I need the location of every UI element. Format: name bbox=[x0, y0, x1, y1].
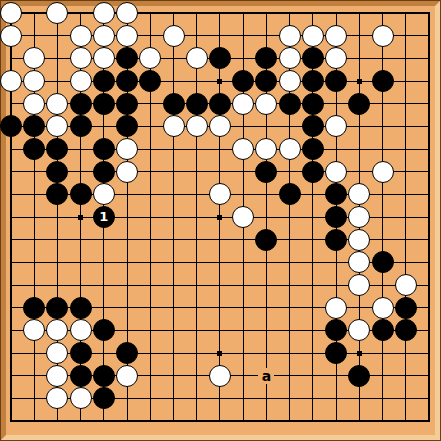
white-stone bbox=[232, 93, 254, 115]
white-stone bbox=[0, 70, 22, 92]
white-stone bbox=[0, 2, 22, 24]
black-stone bbox=[325, 319, 347, 341]
black-stone bbox=[372, 70, 394, 92]
white-stone bbox=[46, 365, 68, 387]
black-stone bbox=[70, 297, 92, 319]
go-board: 1a bbox=[1, 1, 440, 440]
black-stone bbox=[70, 115, 92, 137]
white-stone bbox=[325, 297, 347, 319]
white-stone bbox=[116, 138, 138, 160]
black-stone bbox=[325, 70, 347, 92]
white-stone bbox=[279, 138, 301, 160]
white-stone bbox=[255, 93, 277, 115]
white-stone bbox=[279, 70, 301, 92]
white-stone bbox=[23, 70, 45, 92]
black-stone bbox=[302, 93, 324, 115]
white-stone bbox=[46, 342, 68, 364]
black-stone bbox=[209, 93, 231, 115]
star-point bbox=[217, 215, 222, 220]
black-stone bbox=[325, 342, 347, 364]
black-stone bbox=[325, 183, 347, 205]
black-stone bbox=[0, 115, 22, 137]
white-stone bbox=[255, 138, 277, 160]
black-stone bbox=[46, 297, 68, 319]
black-stone bbox=[116, 47, 138, 69]
black-stone bbox=[93, 365, 115, 387]
black-stone bbox=[279, 183, 301, 205]
black-stone bbox=[116, 93, 138, 115]
black-stone bbox=[302, 47, 324, 69]
black-stone bbox=[23, 138, 45, 160]
white-stone bbox=[116, 25, 138, 47]
white-stone bbox=[209, 365, 231, 387]
white-stone bbox=[186, 115, 208, 137]
black-stone bbox=[93, 93, 115, 115]
black-stone bbox=[255, 47, 277, 69]
black-stone bbox=[46, 138, 68, 160]
white-stone bbox=[46, 115, 68, 137]
white-stone bbox=[348, 229, 370, 251]
black-stone bbox=[325, 206, 347, 228]
black-stone bbox=[23, 297, 45, 319]
black-stone bbox=[70, 183, 92, 205]
black-stone bbox=[302, 115, 324, 137]
white-stone bbox=[23, 319, 45, 341]
black-stone bbox=[116, 342, 138, 364]
white-stone bbox=[325, 161, 347, 183]
grid-line-vertical bbox=[405, 12, 406, 422]
white-stone bbox=[116, 2, 138, 24]
black-stone bbox=[372, 319, 394, 341]
white-stone bbox=[0, 25, 22, 47]
white-stone bbox=[93, 25, 115, 47]
black-stone bbox=[116, 115, 138, 137]
white-stone bbox=[186, 47, 208, 69]
star-point bbox=[357, 79, 362, 84]
star-point bbox=[217, 79, 222, 84]
black-stone bbox=[23, 115, 45, 137]
white-stone bbox=[46, 319, 68, 341]
star-point bbox=[357, 351, 362, 356]
white-stone bbox=[279, 47, 301, 69]
black-stone bbox=[46, 183, 68, 205]
white-stone bbox=[325, 47, 347, 69]
black-stone bbox=[395, 319, 417, 341]
white-stone bbox=[372, 161, 394, 183]
white-stone bbox=[209, 183, 231, 205]
black-stone bbox=[302, 70, 324, 92]
white-stone bbox=[116, 161, 138, 183]
black-stone bbox=[255, 229, 277, 251]
white-stone bbox=[46, 93, 68, 115]
black-stone bbox=[302, 161, 324, 183]
star-point bbox=[217, 351, 222, 356]
black-stone bbox=[93, 319, 115, 341]
white-stone bbox=[70, 319, 92, 341]
star-point bbox=[78, 215, 83, 220]
black-stone bbox=[93, 70, 115, 92]
black-stone bbox=[139, 70, 161, 92]
white-stone bbox=[348, 183, 370, 205]
black-stone bbox=[116, 70, 138, 92]
white-stone bbox=[93, 183, 115, 205]
white-stone bbox=[372, 297, 394, 319]
white-stone bbox=[325, 115, 347, 137]
black-stone bbox=[325, 229, 347, 251]
white-stone bbox=[139, 47, 161, 69]
white-stone bbox=[348, 206, 370, 228]
black-stone bbox=[255, 70, 277, 92]
white-stone bbox=[163, 115, 185, 137]
white-stone bbox=[348, 251, 370, 273]
black-stone bbox=[186, 93, 208, 115]
black-stone bbox=[70, 342, 92, 364]
point-label: a bbox=[258, 368, 274, 384]
black-stone bbox=[302, 138, 324, 160]
white-stone bbox=[23, 93, 45, 115]
black-stone bbox=[93, 161, 115, 183]
grid-line-vertical bbox=[428, 12, 430, 422]
black-stone bbox=[279, 93, 301, 115]
white-stone bbox=[23, 47, 45, 69]
black-stone bbox=[93, 138, 115, 160]
white-stone bbox=[279, 25, 301, 47]
black-stone bbox=[395, 297, 417, 319]
white-stone bbox=[70, 387, 92, 409]
white-stone bbox=[70, 70, 92, 92]
white-stone bbox=[348, 274, 370, 296]
white-stone bbox=[209, 115, 231, 137]
board-frame: 1a bbox=[0, 0, 441, 441]
black-stone bbox=[46, 161, 68, 183]
white-stone bbox=[232, 206, 254, 228]
black-stone bbox=[163, 93, 185, 115]
black-stone bbox=[70, 93, 92, 115]
black-stone bbox=[255, 161, 277, 183]
black-stone bbox=[93, 387, 115, 409]
black-stone bbox=[348, 365, 370, 387]
white-stone bbox=[93, 2, 115, 24]
move-number-label: 1 bbox=[93, 206, 115, 228]
white-stone bbox=[70, 25, 92, 47]
black-stone bbox=[348, 93, 370, 115]
white-stone bbox=[325, 25, 347, 47]
white-stone bbox=[46, 387, 68, 409]
white-stone bbox=[372, 25, 394, 47]
white-stone bbox=[46, 2, 68, 24]
grid-line-horizontal bbox=[10, 420, 430, 422]
black-stone bbox=[209, 47, 231, 69]
white-stone bbox=[93, 47, 115, 69]
white-stone bbox=[232, 138, 254, 160]
black-stone bbox=[70, 365, 92, 387]
black-stone bbox=[372, 251, 394, 273]
black-stone bbox=[232, 70, 254, 92]
white-stone bbox=[116, 365, 138, 387]
white-stone bbox=[302, 25, 324, 47]
white-stone bbox=[163, 25, 185, 47]
white-stone bbox=[70, 47, 92, 69]
white-stone bbox=[395, 274, 417, 296]
white-stone bbox=[348, 319, 370, 341]
